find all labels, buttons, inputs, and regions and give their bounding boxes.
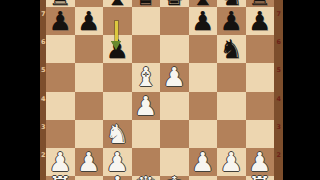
square-g2[interactable]: ♟ — [217, 148, 246, 176]
piece-black-pawn-c6[interactable]: ♟ — [106, 35, 129, 63]
rank-label-right-7: 7 — [276, 11, 281, 18]
square-d1[interactable]: ♛ — [132, 176, 161, 180]
square-g3[interactable] — [217, 120, 246, 148]
piece-black-pawn-b7[interactable]: ♟ — [77, 7, 100, 35]
rank-label-right-6: 6 — [276, 39, 281, 46]
square-c8[interactable]: ♝ — [103, 0, 132, 7]
piece-white-knight-c3[interactable]: ♞ — [106, 120, 129, 148]
piece-white-rook-a1[interactable]: ♜ — [49, 172, 72, 180]
square-c6[interactable]: ♟ — [103, 35, 132, 63]
square-f2[interactable]: ♟ — [189, 148, 218, 176]
square-e5[interactable]: ♟ — [160, 63, 189, 91]
square-a1[interactable]: ♜ — [46, 176, 75, 180]
square-c4[interactable] — [103, 92, 132, 120]
square-b1[interactable] — [75, 176, 104, 180]
square-a5[interactable] — [46, 63, 75, 91]
square-d6[interactable] — [132, 35, 161, 63]
square-g5[interactable] — [217, 63, 246, 91]
square-h5[interactable] — [246, 63, 275, 91]
piece-white-rook-h1[interactable]: ♜ — [248, 172, 271, 180]
square-c1[interactable]: ♝ — [103, 176, 132, 180]
square-f4[interactable] — [189, 92, 218, 120]
piece-white-bishop-c1[interactable]: ♝ — [106, 172, 129, 180]
piece-white-pawn-g2[interactable]: ♟ — [220, 148, 243, 176]
square-h7[interactable]: ♟ — [246, 7, 275, 35]
rank-label-right-4: 4 — [276, 96, 281, 103]
piece-black-pawn-a7[interactable]: ♟ — [49, 7, 72, 35]
square-d7[interactable] — [132, 7, 161, 35]
square-e6[interactable] — [160, 35, 189, 63]
square-f5[interactable] — [189, 63, 218, 91]
square-a7[interactable]: ♟ — [46, 7, 75, 35]
square-h3[interactable] — [246, 120, 275, 148]
square-e3[interactable] — [160, 120, 189, 148]
square-c5[interactable] — [103, 63, 132, 91]
square-f6[interactable] — [189, 35, 218, 63]
piece-white-bishop-d5[interactable]: ♝ — [134, 63, 157, 91]
square-d3[interactable] — [132, 120, 161, 148]
rank-label-left-2: 2 — [41, 152, 46, 159]
square-f1[interactable] — [189, 176, 218, 180]
rank-label-left-7: 7 — [41, 11, 46, 18]
chessboard-frame: ♜♝♛♚♝♞♜♟♟♟♟♟♟♞♝♟♟♞♟♟♟♟♟♟♜♝♛♚♜ 765432 765… — [40, 0, 283, 180]
rank-label-right-3: 3 — [276, 124, 281, 131]
piece-black-pawn-f7[interactable]: ♟ — [191, 7, 214, 35]
chessboard[interactable]: ♜♝♛♚♝♞♜♟♟♟♟♟♟♞♝♟♟♞♟♟♟♟♟♟♜♝♛♚♜ — [46, 0, 274, 180]
rank-label-left-6: 6 — [41, 39, 46, 46]
square-e1[interactable]: ♚ — [160, 176, 189, 180]
square-e8[interactable]: ♚ — [160, 0, 189, 7]
square-b6[interactable] — [75, 35, 104, 63]
rank-label-left-4: 4 — [41, 96, 46, 103]
rank-label-left-5: 5 — [41, 67, 46, 74]
square-g6[interactable]: ♞ — [217, 35, 246, 63]
square-h4[interactable] — [246, 92, 275, 120]
right-black-bar — [283, 0, 320, 180]
square-b5[interactable] — [75, 63, 104, 91]
piece-white-pawn-e5[interactable]: ♟ — [163, 63, 186, 91]
square-e4[interactable] — [160, 92, 189, 120]
square-b4[interactable] — [75, 92, 104, 120]
square-d8[interactable]: ♛ — [132, 0, 161, 7]
square-g4[interactable] — [217, 92, 246, 120]
square-f7[interactable]: ♟ — [189, 7, 218, 35]
square-a3[interactable] — [46, 120, 75, 148]
rank-label-right-2: 2 — [276, 152, 281, 159]
piece-white-pawn-d4[interactable]: ♟ — [134, 92, 157, 120]
square-b3[interactable] — [75, 120, 104, 148]
square-c7[interactable] — [103, 7, 132, 35]
thumbnail-stage: ♜♝♛♚♝♞♜♟♟♟♟♟♟♞♝♟♟♞♟♟♟♟♟♟♜♝♛♚♜ 765432 765… — [0, 0, 320, 180]
piece-white-pawn-f2[interactable]: ♟ — [191, 148, 214, 176]
piece-black-pawn-h7[interactable]: ♟ — [248, 7, 271, 35]
piece-white-king-e1[interactable]: ♚ — [163, 172, 186, 180]
square-e7[interactable] — [160, 7, 189, 35]
piece-black-knight-g6[interactable]: ♞ — [220, 35, 243, 63]
left-black-bar — [0, 0, 40, 180]
square-b7[interactable]: ♟ — [75, 7, 104, 35]
rank-label-right-5: 5 — [276, 67, 281, 74]
piece-black-pawn-g7[interactable]: ♟ — [220, 7, 243, 35]
square-a6[interactable] — [46, 35, 75, 63]
square-a4[interactable] — [46, 92, 75, 120]
square-h6[interactable] — [246, 35, 275, 63]
square-g1[interactable] — [217, 176, 246, 180]
square-c3[interactable]: ♞ — [103, 120, 132, 148]
square-h1[interactable]: ♜ — [246, 176, 275, 180]
square-d5[interactable]: ♝ — [132, 63, 161, 91]
rank-label-left-3: 3 — [41, 124, 46, 131]
square-f3[interactable] — [189, 120, 218, 148]
square-b2[interactable]: ♟ — [75, 148, 104, 176]
piece-white-queen-d1[interactable]: ♛ — [134, 172, 157, 180]
square-d4[interactable]: ♟ — [132, 92, 161, 120]
square-g7[interactable]: ♟ — [217, 7, 246, 35]
piece-white-pawn-b2[interactable]: ♟ — [77, 148, 100, 176]
